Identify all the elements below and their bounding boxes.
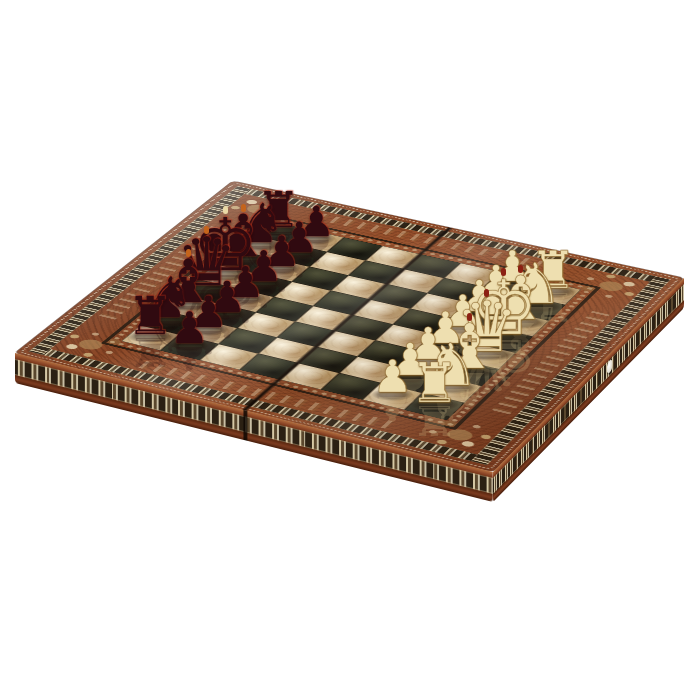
piece-finial xyxy=(501,268,506,276)
piece-finial xyxy=(186,249,191,257)
piece-finial xyxy=(223,206,228,214)
pieces-layer: ♜♜♞♞♝♝♛♛♚♚♝♝♞♞♜♜♟♟♟♟♟♟♟♟♟♟♟♟♟♟♟♟♟♟♟♟♟♟♟♟… xyxy=(0,0,700,700)
piece-black-pawn[interactable]: ♟ xyxy=(168,307,212,351)
piece-white-rook[interactable]: ♜ xyxy=(407,356,462,411)
piece-finial xyxy=(467,313,472,321)
piece-finial xyxy=(484,289,489,297)
amber-chess-set-photo: ♜♜♞♞♝♝♛♛♚♚♝♝♞♞♜♜♟♟♟♟♟♟♟♟♟♟♟♟♟♟♟♟♟♟♟♟♟♟♟♟… xyxy=(0,0,700,700)
